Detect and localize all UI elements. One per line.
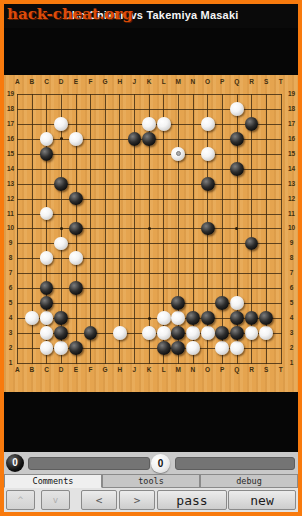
column-label: H xyxy=(113,78,127,85)
white-captures-indicator: 0 xyxy=(151,454,170,473)
down-button[interactable]: v xyxy=(41,490,70,510)
black-stone-D3[interactable] xyxy=(54,326,68,340)
star-point xyxy=(60,227,63,230)
row-label: 11 xyxy=(285,210,298,217)
column-label: T xyxy=(274,366,288,373)
app-screen: Cho Chikun vs Takemiya Masaki hack-cheat… xyxy=(0,0,302,516)
white-stone-D2[interactable] xyxy=(54,341,68,355)
row-label: 14 xyxy=(285,165,298,172)
column-label: C xyxy=(40,366,54,373)
tab-tools[interactable]: tools xyxy=(102,474,200,488)
pass-button[interactable]: pass xyxy=(157,490,227,510)
black-captures-indicator: 0 xyxy=(6,454,24,472)
row-label: 12 xyxy=(285,195,298,202)
column-label: B xyxy=(25,78,39,85)
white-stone-B4[interactable] xyxy=(25,311,39,325)
row-label: 16 xyxy=(4,135,17,142)
row-label: 10 xyxy=(285,224,298,231)
column-label: Q xyxy=(230,78,244,85)
column-label: K xyxy=(142,78,156,85)
column-label: D xyxy=(54,366,68,373)
row-label: 19 xyxy=(4,90,17,97)
black-stone-D4[interactable] xyxy=(54,311,68,325)
column-label: B xyxy=(25,366,39,373)
column-label: R xyxy=(245,366,259,373)
white-stone-L17[interactable] xyxy=(157,117,171,131)
white-stone-S3[interactable] xyxy=(259,326,273,340)
row-label: 10 xyxy=(4,224,17,231)
black-stone-P3[interactable] xyxy=(215,326,229,340)
row-label: 5 xyxy=(4,299,17,306)
white-stone-L3[interactable] xyxy=(157,326,171,340)
column-label: Q xyxy=(230,366,244,373)
column-label: L xyxy=(157,78,171,85)
white-stone-L4[interactable] xyxy=(157,311,171,325)
white-stone-P2[interactable] xyxy=(215,341,229,355)
white-stone-H3[interactable] xyxy=(113,326,127,340)
column-label: G xyxy=(98,366,112,373)
column-label: N xyxy=(186,366,200,373)
white-stone-K3[interactable] xyxy=(142,326,156,340)
go-board[interactable]: AABBCCDDEEFFGGHHJJKKLLMMNNOOPPQQRRSSTT19… xyxy=(4,75,298,392)
row-label: 13 xyxy=(4,180,17,187)
row-label: 17 xyxy=(285,120,298,127)
black-stone-K16[interactable] xyxy=(142,132,156,146)
white-stone-Q2[interactable] xyxy=(230,341,244,355)
black-stone-Q16[interactable] xyxy=(230,132,244,146)
row-label: 8 xyxy=(285,254,298,261)
row-label: 1 xyxy=(4,359,17,366)
last-move-marker xyxy=(176,151,181,156)
star-point xyxy=(148,227,151,230)
black-stone-E10[interactable] xyxy=(69,222,83,236)
column-label: S xyxy=(259,366,273,373)
row-label: 9 xyxy=(285,239,298,246)
row-label: 15 xyxy=(4,150,17,157)
row-label: 6 xyxy=(4,284,17,291)
row-label: 19 xyxy=(285,90,298,97)
column-label: K xyxy=(142,366,156,373)
control-bar: ^ v < > pass new xyxy=(4,488,298,512)
up-button[interactable]: ^ xyxy=(6,490,35,510)
row-label: 15 xyxy=(285,150,298,157)
black-stone-R17[interactable] xyxy=(245,117,259,131)
column-label: J xyxy=(127,78,141,85)
next-move-button[interactable]: > xyxy=(119,490,155,510)
row-label: 2 xyxy=(285,344,298,351)
column-label: C xyxy=(40,78,54,85)
white-stone-E16[interactable] xyxy=(69,132,83,146)
row-label: 11 xyxy=(4,210,17,217)
white-stone-M15[interactable] xyxy=(171,147,185,161)
row-label: 3 xyxy=(4,329,17,336)
black-stone-S4[interactable] xyxy=(259,311,273,325)
column-label: G xyxy=(98,78,112,85)
row-label: 12 xyxy=(4,195,17,202)
row-label: 2 xyxy=(4,344,17,351)
black-stone-Q14[interactable] xyxy=(230,162,244,176)
black-stone-O13[interactable] xyxy=(201,177,215,191)
row-label: 17 xyxy=(4,120,17,127)
black-stone-E6[interactable] xyxy=(69,281,83,295)
black-stone-E12[interactable] xyxy=(69,192,83,206)
new-game-button[interactable]: new xyxy=(228,490,296,510)
white-stone-C16[interactable] xyxy=(40,132,54,146)
black-stone-C15[interactable] xyxy=(40,147,54,161)
column-label: T xyxy=(274,78,288,85)
row-label: 7 xyxy=(4,269,17,276)
column-label: E xyxy=(69,366,83,373)
black-stone-J16[interactable] xyxy=(128,132,142,146)
white-stone-Q5[interactable] xyxy=(230,296,244,310)
row-label: 9 xyxy=(4,239,17,246)
row-label: 7 xyxy=(285,269,298,276)
white-stone-N2[interactable] xyxy=(186,341,200,355)
white-info-bar xyxy=(175,457,295,470)
tab-comments[interactable]: Comments xyxy=(4,474,102,488)
white-stone-O17[interactable] xyxy=(201,117,215,131)
column-label: M xyxy=(171,366,185,373)
capture-bar: 0 0 xyxy=(4,452,298,474)
star-point xyxy=(148,317,151,320)
row-label: 3 xyxy=(285,329,298,336)
black-stone-D13[interactable] xyxy=(54,177,68,191)
column-label: F xyxy=(84,366,98,373)
black-stone-F3[interactable] xyxy=(84,326,98,340)
white-stone-O3[interactable] xyxy=(201,326,215,340)
black-stone-O10[interactable] xyxy=(201,222,215,236)
column-label: L xyxy=(157,366,171,373)
column-label: D xyxy=(54,78,68,85)
row-label: 6 xyxy=(285,284,298,291)
black-stone-Q3[interactable] xyxy=(230,326,244,340)
column-label: S xyxy=(259,78,273,85)
tab-debug[interactable]: debug xyxy=(200,474,298,488)
row-label: 4 xyxy=(4,314,17,321)
column-label: A xyxy=(10,366,24,373)
column-label: H xyxy=(113,366,127,373)
tab-bar: Comments tools debug xyxy=(4,474,298,488)
column-label: M xyxy=(171,78,185,85)
prev-move-button[interactable]: < xyxy=(81,490,117,510)
black-info-bar xyxy=(28,457,150,470)
column-label: P xyxy=(215,78,229,85)
black-stone-L2[interactable] xyxy=(157,341,171,355)
black-stone-O4[interactable] xyxy=(201,311,215,325)
column-label: R xyxy=(245,78,259,85)
column-label: A xyxy=(10,78,24,85)
white-stone-N3[interactable] xyxy=(186,326,200,340)
row-label: 18 xyxy=(285,105,298,112)
row-label: 13 xyxy=(285,180,298,187)
row-label: 5 xyxy=(285,299,298,306)
white-stone-Q18[interactable] xyxy=(230,102,244,116)
white-stone-K17[interactable] xyxy=(142,117,156,131)
white-stone-E8[interactable] xyxy=(69,251,83,265)
watermark: hack-cheat.org xyxy=(7,5,133,23)
column-label: E xyxy=(69,78,83,85)
row-label: 8 xyxy=(4,254,17,261)
column-label: J xyxy=(127,366,141,373)
row-label: 16 xyxy=(285,135,298,142)
column-label: F xyxy=(84,78,98,85)
column-label: N xyxy=(186,78,200,85)
row-label: 1 xyxy=(285,359,298,366)
black-stone-E2[interactable] xyxy=(69,341,83,355)
row-label: 14 xyxy=(4,165,17,172)
column-label: P xyxy=(215,366,229,373)
column-label: O xyxy=(201,366,215,373)
white-stone-O15[interactable] xyxy=(201,147,215,161)
black-stone-N4[interactable] xyxy=(186,311,200,325)
white-stone-D17[interactable] xyxy=(54,117,68,131)
black-stone-Q4[interactable] xyxy=(230,311,244,325)
row-label: 18 xyxy=(4,105,17,112)
row-label: 4 xyxy=(285,314,298,321)
column-label: O xyxy=(201,78,215,85)
